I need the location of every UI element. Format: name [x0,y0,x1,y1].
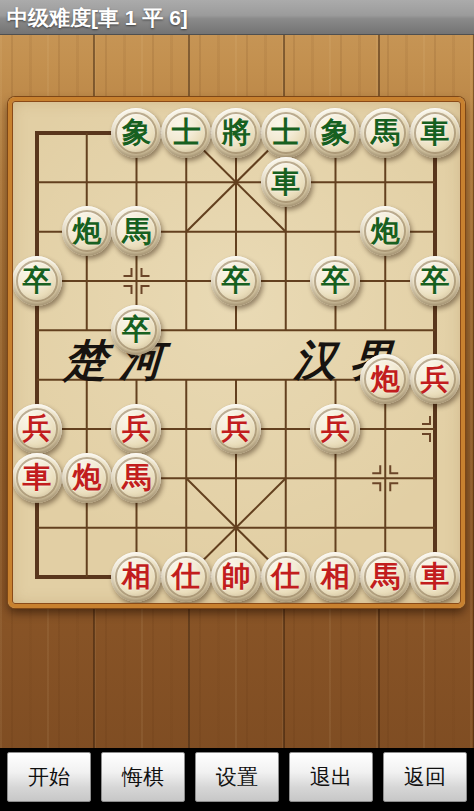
piece-glyph: 仕 [271,562,300,591]
piece-glyph: 馬 [371,118,400,147]
piece-glyph: 馬 [122,217,151,246]
piece-glyph: 士 [271,118,300,147]
xiangqi-board[interactable]: 楚河 汉界 象士將士象馬車車炮馬炮卒卒卒卒卒炮兵兵兵兵兵車炮馬相仕帥仕相馬車 [8,97,465,608]
piece-glyph: 車 [271,168,300,197]
title-bar: 中级难度[車 1 平 6] [0,0,474,35]
piece-black-cannon[interactable]: 炮 [62,206,112,256]
piece-black-horse[interactable]: 馬 [111,206,161,256]
piece-glyph: 兵 [321,414,350,443]
settings-button[interactable]: 设置 [195,752,279,802]
pieces-grid[interactable]: 象士將士象馬車車炮馬炮卒卒卒卒卒炮兵兵兵兵兵車炮馬相仕帥仕相馬車 [12,108,460,602]
piece-red-soldier[interactable]: 兵 [310,404,360,454]
piece-black-soldier[interactable]: 卒 [310,256,360,306]
piece-black-chariot[interactable]: 車 [261,157,311,207]
piece-glyph: 象 [122,118,151,147]
exit-button[interactable]: 退出 [289,752,373,802]
piece-glyph: 仕 [172,562,201,591]
piece-red-advisor[interactable]: 仕 [161,552,211,602]
app-screen: 中级难度[車 1 平 6] [0,0,474,811]
piece-glyph: 卒 [321,266,350,295]
piece-glyph: 相 [122,562,151,591]
piece-glyph: 炮 [371,217,400,246]
piece-red-cannon[interactable]: 炮 [62,453,112,503]
piece-glyph: 馬 [371,562,400,591]
piece-black-soldier[interactable]: 卒 [111,305,161,355]
piece-red-horse[interactable]: 馬 [111,453,161,503]
piece-black-horse[interactable]: 馬 [360,108,410,158]
piece-glyph: 兵 [22,414,51,443]
back-button[interactable]: 返回 [383,752,467,802]
piece-red-horse[interactable]: 馬 [360,552,410,602]
piece-red-soldier[interactable]: 兵 [410,354,460,404]
piece-glyph: 炮 [72,217,101,246]
piece-glyph: 兵 [221,414,250,443]
piece-black-soldier[interactable]: 卒 [410,256,460,306]
piece-black-cannon[interactable]: 炮 [360,206,410,256]
button-bar: 开始 悔棋 设置 退出 返回 [0,748,474,811]
piece-black-soldier[interactable]: 卒 [12,256,62,306]
piece-black-soldier[interactable]: 卒 [211,256,261,306]
piece-glyph: 炮 [371,365,400,394]
piece-glyph: 車 [420,118,449,147]
piece-glyph: 帥 [221,562,250,591]
piece-red-soldier[interactable]: 兵 [111,404,161,454]
start-button[interactable]: 开始 [7,752,91,802]
piece-glyph: 象 [321,118,350,147]
piece-red-soldier[interactable]: 兵 [12,404,62,454]
piece-red-cannon[interactable]: 炮 [360,354,410,404]
piece-glyph: 卒 [122,315,151,344]
piece-black-elephant[interactable]: 象 [310,108,360,158]
title-text: 中级难度[車 1 平 6] [7,6,188,29]
piece-glyph: 將 [221,118,250,147]
piece-glyph: 卒 [420,266,449,295]
piece-glyph: 炮 [72,463,101,492]
piece-red-elephant[interactable]: 相 [111,552,161,602]
piece-black-general[interactable]: 將 [211,108,261,158]
piece-glyph: 相 [321,562,350,591]
piece-red-general[interactable]: 帥 [211,552,261,602]
piece-black-elephant[interactable]: 象 [111,108,161,158]
piece-glyph: 士 [172,118,201,147]
piece-red-chariot[interactable]: 車 [410,552,460,602]
piece-glyph: 車 [420,562,449,591]
piece-glyph: 車 [22,463,51,492]
piece-glyph: 馬 [122,463,151,492]
piece-glyph: 兵 [122,414,151,443]
piece-red-elephant[interactable]: 相 [310,552,360,602]
piece-red-chariot[interactable]: 車 [12,453,62,503]
piece-glyph: 兵 [420,365,449,394]
piece-glyph: 卒 [221,266,250,295]
undo-button[interactable]: 悔棋 [101,752,185,802]
piece-red-soldier[interactable]: 兵 [211,404,261,454]
piece-black-advisor[interactable]: 士 [261,108,311,158]
piece-black-chariot[interactable]: 車 [410,108,460,158]
piece-red-advisor[interactable]: 仕 [261,552,311,602]
piece-black-advisor[interactable]: 士 [161,108,211,158]
piece-glyph: 卒 [22,266,51,295]
